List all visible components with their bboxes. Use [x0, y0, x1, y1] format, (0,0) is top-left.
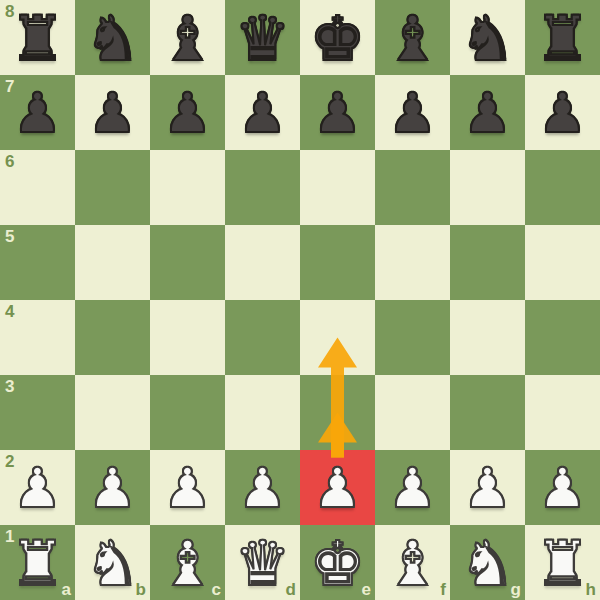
piece-black-pawn[interactable]: ♟ [163, 76, 212, 151]
piece-white-pawn[interactable]: ♟ [388, 451, 437, 526]
piece-white-bishop[interactable]: ♝ [385, 526, 441, 600]
piece-white-pawn[interactable]: ♟ [538, 451, 587, 526]
square-h4[interactable] [525, 300, 600, 375]
file-label-b: b [136, 581, 146, 598]
rank-label-8: 8 [5, 3, 14, 20]
file-label-a: a [62, 581, 71, 598]
piece-white-bishop[interactable]: ♝ [160, 526, 216, 600]
square-g3[interactable] [450, 375, 525, 450]
square-a4[interactable]: 4 [0, 300, 75, 375]
file-label-h: h [586, 581, 596, 598]
file-label-g: g [511, 581, 521, 598]
piece-black-queen[interactable]: ♛ [235, 1, 291, 76]
piece-white-pawn[interactable]: ♟ [163, 451, 212, 526]
square-h7[interactable]: ♟ [525, 75, 600, 150]
piece-white-pawn[interactable]: ♟ [238, 451, 287, 526]
square-h2[interactable]: ♟ [525, 450, 600, 525]
square-a1[interactable]: ♜1a [0, 525, 75, 600]
piece-black-rook[interactable]: ♜ [10, 1, 66, 76]
square-g2[interactable]: ♟ [450, 450, 525, 525]
square-c3[interactable] [150, 375, 225, 450]
piece-white-pawn[interactable]: ♟ [463, 451, 512, 526]
piece-white-pawn[interactable]: ♟ [88, 451, 137, 526]
piece-black-rook[interactable]: ♜ [535, 1, 591, 76]
file-label-d: d [286, 581, 296, 598]
square-d8[interactable]: ♛ [225, 0, 300, 75]
square-e2[interactable]: ♟ [300, 450, 375, 525]
square-c2[interactable]: ♟ [150, 450, 225, 525]
square-f1[interactable]: ♝f [375, 525, 450, 600]
square-f8[interactable]: ♝ [375, 0, 450, 75]
square-d2[interactable]: ♟ [225, 450, 300, 525]
square-g1[interactable]: ♞g [450, 525, 525, 600]
square-f4[interactable] [375, 300, 450, 375]
square-e8[interactable]: ♚ [300, 0, 375, 75]
square-a6[interactable]: 6 [0, 150, 75, 225]
square-e3[interactable] [300, 375, 375, 450]
piece-black-pawn[interactable]: ♟ [13, 76, 62, 151]
square-g4[interactable] [450, 300, 525, 375]
square-b5[interactable] [75, 225, 150, 300]
square-h1[interactable]: ♜h [525, 525, 600, 600]
square-e4[interactable] [300, 300, 375, 375]
square-d3[interactable] [225, 375, 300, 450]
piece-black-pawn[interactable]: ♟ [313, 76, 362, 151]
square-d4[interactable] [225, 300, 300, 375]
square-f3[interactable] [375, 375, 450, 450]
square-f7[interactable]: ♟ [375, 75, 450, 150]
square-d1[interactable]: ♛d [225, 525, 300, 600]
square-b1[interactable]: ♞b [75, 525, 150, 600]
piece-white-pawn[interactable]: ♟ [313, 451, 362, 526]
piece-black-pawn[interactable]: ♟ [463, 76, 512, 151]
square-b3[interactable] [75, 375, 150, 450]
square-c4[interactable] [150, 300, 225, 375]
square-a3[interactable]: 3 [0, 375, 75, 450]
square-c1[interactable]: ♝c [150, 525, 225, 600]
square-b4[interactable] [75, 300, 150, 375]
file-label-f: f [440, 581, 446, 598]
square-a2[interactable]: ♟2 [0, 450, 75, 525]
rank-label-7: 7 [5, 78, 14, 95]
square-a8[interactable]: ♜8 [0, 0, 75, 75]
square-e5[interactable] [300, 225, 375, 300]
piece-black-king[interactable]: ♚ [310, 1, 366, 76]
square-h3[interactable] [525, 375, 600, 450]
square-e6[interactable] [300, 150, 375, 225]
square-a5[interactable]: 5 [0, 225, 75, 300]
square-b7[interactable]: ♟ [75, 75, 150, 150]
piece-white-knight[interactable]: ♞ [85, 526, 141, 600]
piece-white-knight[interactable]: ♞ [460, 526, 516, 600]
square-c8[interactable]: ♝ [150, 0, 225, 75]
square-f5[interactable] [375, 225, 450, 300]
square-h5[interactable] [525, 225, 600, 300]
piece-white-rook[interactable]: ♜ [10, 526, 66, 600]
piece-black-pawn[interactable]: ♟ [538, 76, 587, 151]
square-g8[interactable]: ♞ [450, 0, 525, 75]
file-label-e: e [362, 581, 371, 598]
rank-label-6: 6 [5, 153, 14, 170]
square-d7[interactable]: ♟ [225, 75, 300, 150]
square-g5[interactable] [450, 225, 525, 300]
square-g6[interactable] [450, 150, 525, 225]
square-f6[interactable] [375, 150, 450, 225]
piece-white-rook[interactable]: ♜ [535, 526, 591, 600]
square-b8[interactable]: ♞ [75, 0, 150, 75]
square-g7[interactable]: ♟ [450, 75, 525, 150]
square-a7[interactable]: ♟7 [0, 75, 75, 150]
square-e1[interactable]: ♚e [300, 525, 375, 600]
piece-black-pawn[interactable]: ♟ [238, 76, 287, 151]
square-d6[interactable] [225, 150, 300, 225]
rank-label-4: 4 [5, 303, 14, 320]
square-b6[interactable] [75, 150, 150, 225]
piece-black-knight[interactable]: ♞ [460, 1, 516, 76]
square-h8[interactable]: ♜ [525, 0, 600, 75]
piece-black-pawn[interactable]: ♟ [88, 76, 137, 151]
square-e7[interactable]: ♟ [300, 75, 375, 150]
piece-white-queen[interactable]: ♛ [235, 526, 291, 600]
rank-label-5: 5 [5, 228, 14, 245]
piece-white-king[interactable]: ♚ [310, 526, 366, 600]
piece-black-bishop[interactable]: ♝ [385, 1, 441, 76]
piece-black-pawn[interactable]: ♟ [388, 76, 437, 151]
square-d5[interactable] [225, 225, 300, 300]
square-h6[interactable] [525, 150, 600, 225]
piece-white-pawn[interactable]: ♟ [13, 451, 62, 526]
chess-board: ♜8♞♝♛♚♝♞♜♟7♟♟♟♟♟♟♟6543♟2♟♟♟♟♟♟♟♜1a♞b♝c♛d… [0, 0, 600, 600]
piece-black-knight[interactable]: ♞ [85, 1, 141, 76]
rank-label-3: 3 [5, 378, 14, 395]
board-squares: ♜8♞♝♛♚♝♞♜♟7♟♟♟♟♟♟♟6543♟2♟♟♟♟♟♟♟♜1a♞b♝c♛d… [0, 0, 600, 600]
piece-black-bishop[interactable]: ♝ [160, 1, 216, 76]
rank-label-2: 2 [5, 453, 14, 470]
square-c6[interactable] [150, 150, 225, 225]
file-label-c: c [212, 581, 221, 598]
square-f2[interactable]: ♟ [375, 450, 450, 525]
square-c7[interactable]: ♟ [150, 75, 225, 150]
rank-label-1: 1 [5, 528, 14, 545]
square-c5[interactable] [150, 225, 225, 300]
square-b2[interactable]: ♟ [75, 450, 150, 525]
